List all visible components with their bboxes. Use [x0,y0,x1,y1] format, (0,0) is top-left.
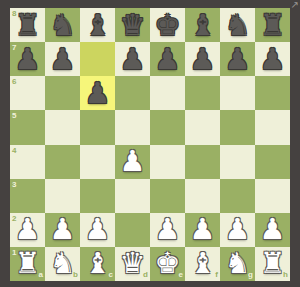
square-a7[interactable]: 7♟ [10,42,45,76]
piece-black-pawn[interactable]: ♟ [10,42,45,76]
piece-white-knight[interactable]: ♞ [45,247,80,281]
rank-label-3: 3 [12,181,16,189]
piece-white-pawn[interactable]: ♟ [80,213,115,247]
piece-white-rook[interactable]: ♜ [10,247,45,281]
square-f2[interactable]: ♟ [185,213,220,247]
piece-black-pawn[interactable]: ♟ [185,42,220,76]
piece-black-pawn[interactable]: ♟ [80,76,115,110]
square-f7[interactable]: ♟ [185,42,220,76]
square-g1[interactable]: g♞ [220,247,255,281]
square-g7[interactable]: ♟ [220,42,255,76]
square-h1[interactable]: h♜ [255,247,290,281]
chess-board: 8♜♞♝♛♚♝♞♜7♟♟♟♟♟♟♟6♟54♟32♟♟♟♟♟♟♟1a♜b♞c♝d♛… [10,8,290,281]
square-h3[interactable] [255,179,290,213]
square-a8[interactable]: 8♜ [10,8,45,42]
square-e6[interactable] [150,76,185,110]
piece-white-pawn[interactable]: ♟ [185,213,220,247]
rank-label-5: 5 [12,112,16,120]
square-h6[interactable] [255,76,290,110]
square-h7[interactable]: ♟ [255,42,290,76]
piece-white-pawn[interactable]: ♟ [45,213,80,247]
square-e7[interactable]: ♟ [150,42,185,76]
square-f6[interactable] [185,76,220,110]
square-h4[interactable] [255,145,290,179]
square-b8[interactable]: ♞ [45,8,80,42]
expand-icon[interactable]: ↗ [291,0,299,10]
rank-label-6: 6 [12,78,16,86]
square-d6[interactable] [115,76,150,110]
square-c1[interactable]: c♝ [80,247,115,281]
square-b4[interactable] [45,145,80,179]
piece-white-king[interactable]: ♚ [150,247,185,281]
square-b1[interactable]: b♞ [45,247,80,281]
square-c4[interactable] [80,145,115,179]
square-b2[interactable]: ♟ [45,213,80,247]
piece-white-knight[interactable]: ♞ [220,247,255,281]
square-e5[interactable] [150,110,185,144]
square-c7[interactable] [80,42,115,76]
square-c3[interactable] [80,179,115,213]
square-d3[interactable] [115,179,150,213]
piece-black-bishop[interactable]: ♝ [185,8,220,42]
piece-white-rook[interactable]: ♜ [255,247,290,281]
square-g4[interactable] [220,145,255,179]
piece-black-knight[interactable]: ♞ [45,8,80,42]
square-d4[interactable]: ♟ [115,145,150,179]
square-g2[interactable]: ♟ [220,213,255,247]
square-e4[interactable] [150,145,185,179]
square-b7[interactable]: ♟ [45,42,80,76]
square-e2[interactable]: ♟ [150,213,185,247]
piece-black-bishop[interactable]: ♝ [80,8,115,42]
square-b3[interactable] [45,179,80,213]
square-f8[interactable]: ♝ [185,8,220,42]
piece-black-king[interactable]: ♚ [150,8,185,42]
piece-black-pawn[interactable]: ♟ [255,42,290,76]
square-g8[interactable]: ♞ [220,8,255,42]
piece-black-pawn[interactable]: ♟ [115,42,150,76]
piece-white-pawn[interactable]: ♟ [115,145,150,179]
square-d5[interactable] [115,110,150,144]
square-g3[interactable] [220,179,255,213]
piece-black-rook[interactable]: ♜ [10,8,45,42]
square-a6[interactable]: 6 [10,76,45,110]
rank-label-4: 4 [12,147,16,155]
square-c5[interactable] [80,110,115,144]
square-c8[interactable]: ♝ [80,8,115,42]
piece-white-pawn[interactable]: ♟ [10,213,45,247]
square-d8[interactable]: ♛ [115,8,150,42]
square-a1[interactable]: 1a♜ [10,247,45,281]
square-h2[interactable]: ♟ [255,213,290,247]
piece-white-bishop[interactable]: ♝ [185,247,220,281]
square-a2[interactable]: 2♟ [10,213,45,247]
square-h5[interactable] [255,110,290,144]
square-g6[interactable] [220,76,255,110]
square-e1[interactable]: e♚ [150,247,185,281]
board-frame: 8♜♞♝♛♚♝♞♜7♟♟♟♟♟♟♟6♟54♟32♟♟♟♟♟♟♟1a♜b♞c♝d♛… [0,0,300,287]
square-a5[interactable]: 5 [10,110,45,144]
piece-black-pawn[interactable]: ♟ [220,42,255,76]
square-c2[interactable]: ♟ [80,213,115,247]
square-e3[interactable] [150,179,185,213]
square-e8[interactable]: ♚ [150,8,185,42]
square-a4[interactable]: 4 [10,145,45,179]
square-d1[interactable]: d♛ [115,247,150,281]
piece-white-queen[interactable]: ♛ [115,247,150,281]
square-d7[interactable]: ♟ [115,42,150,76]
piece-black-pawn[interactable]: ♟ [150,42,185,76]
square-b5[interactable] [45,110,80,144]
square-d2[interactable] [115,213,150,247]
square-f4[interactable] [185,145,220,179]
square-c6[interactable]: ♟ [80,76,115,110]
square-a3[interactable]: 3 [10,179,45,213]
square-b6[interactable] [45,76,80,110]
piece-black-rook[interactable]: ♜ [255,8,290,42]
piece-white-bishop[interactable]: ♝ [80,247,115,281]
piece-white-pawn[interactable]: ♟ [255,213,290,247]
piece-white-pawn[interactable]: ♟ [150,213,185,247]
square-h8[interactable]: ♜ [255,8,290,42]
piece-black-knight[interactable]: ♞ [220,8,255,42]
piece-black-pawn[interactable]: ♟ [45,42,80,76]
square-f5[interactable] [185,110,220,144]
piece-black-queen[interactable]: ♛ [115,8,150,42]
piece-white-pawn[interactable]: ♟ [220,213,255,247]
square-f3[interactable] [185,179,220,213]
square-g5[interactable] [220,110,255,144]
square-f1[interactable]: f♝ [185,247,220,281]
